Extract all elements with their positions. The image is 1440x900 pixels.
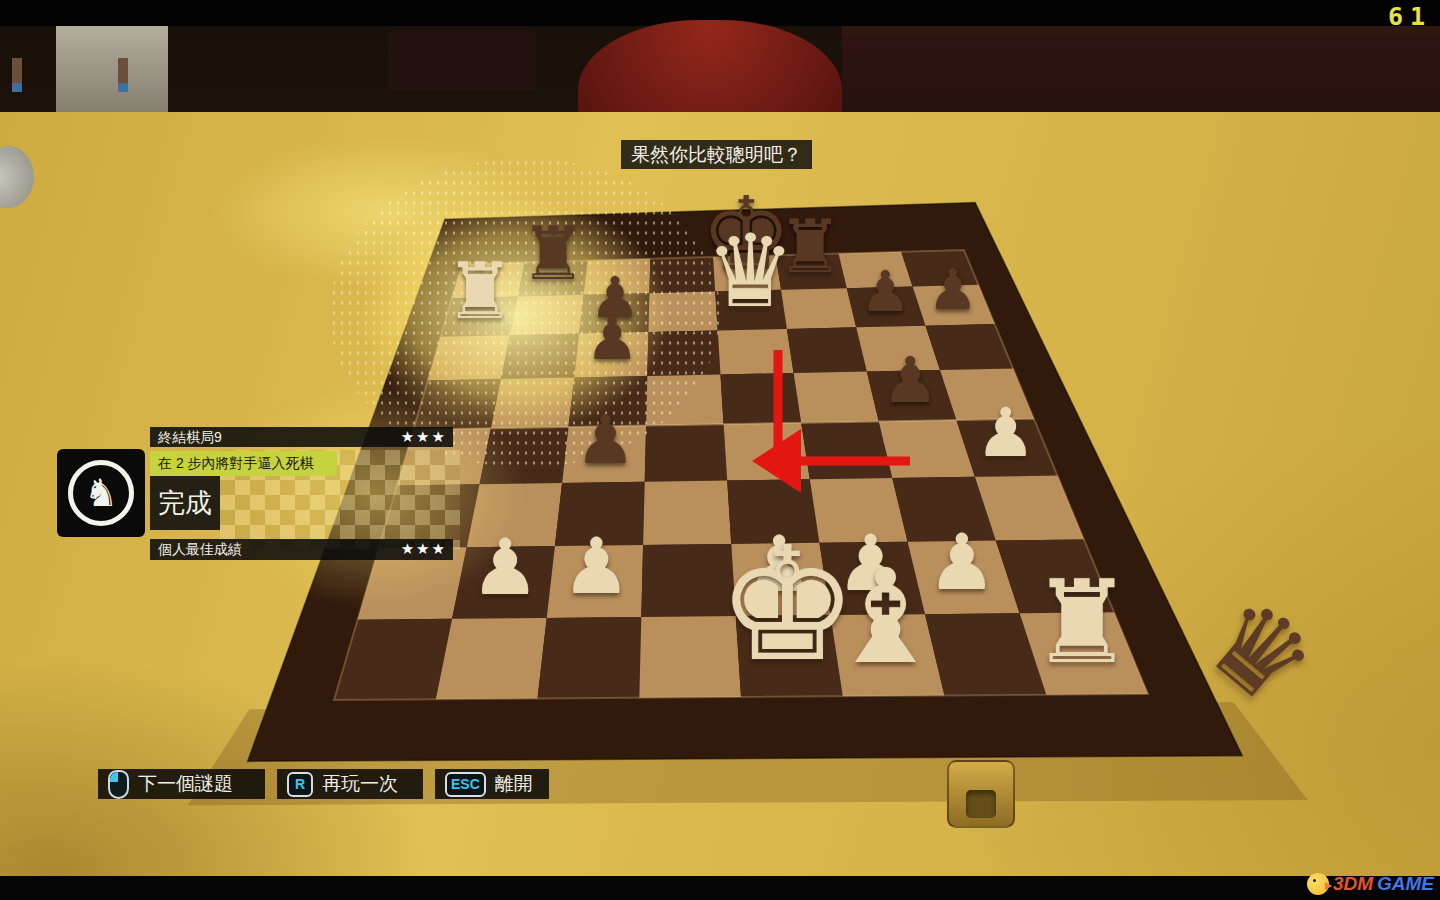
piece-black-p-g7[interactable]: ♟ — [860, 263, 911, 319]
piece-white-r-a7[interactable]: ♜ — [445, 252, 515, 330]
replay-button[interactable]: R 再玩一次 — [277, 769, 423, 799]
brand-game: GAME — [1377, 873, 1434, 895]
piece-black-r-b8[interactable]: ♜ — [520, 216, 586, 290]
square-d4[interactable] — [645, 424, 728, 482]
brand-3dm: 3DM — [1333, 873, 1373, 895]
puzzle-panel: ♞ 終結棋局9 ★★★ 在 2 步內將對手逼入死棋 完成 個人最佳成績 ★★★ — [0, 420, 480, 570]
title-stars: ★★★ — [401, 427, 447, 447]
piece-white-r-h1[interactable]: ♜ — [1030, 565, 1133, 680]
personal-best-label: 個人最佳成績 — [158, 541, 242, 557]
piece-white-q-e7[interactable]: ♛ — [705, 222, 795, 323]
square-d5[interactable] — [646, 375, 724, 426]
puzzle-title: 終結棋局9 — [158, 429, 222, 445]
piece-white-p-b2[interactable]: ♟ — [470, 529, 539, 606]
square-b6[interactable] — [501, 334, 579, 379]
square-c1[interactable] — [538, 617, 642, 699]
game-screen: ♜♚♜♜♟♛♟♟♟♟♟♟♟♟♟♟♟♚♝♜ ♛ 61 果然你比較聰明吧？ ♞ 終結… — [0, 0, 1440, 900]
square-b5[interactable] — [491, 377, 574, 428]
square-e4[interactable] — [724, 423, 810, 481]
replay-label: 再玩一次 — [322, 771, 398, 797]
mouse-left-icon — [108, 770, 129, 799]
square-e5[interactable] — [721, 373, 802, 424]
piece-white-p-c2[interactable]: ♟ — [562, 528, 631, 605]
piece-white-b-f1[interactable]: ♝ — [827, 552, 944, 682]
chick-mascot-icon — [1307, 873, 1329, 895]
next-puzzle-label: 下一個謎題 — [138, 771, 233, 797]
esc-key-icon: ESC — [445, 772, 486, 797]
puzzle-title-bar: 終結棋局9 ★★★ — [150, 427, 453, 447]
square-d6[interactable] — [647, 331, 720, 377]
piece-black-p-c4[interactable]: ♟ — [575, 406, 635, 473]
watermark-bar: 3DMGAME — [0, 876, 1440, 900]
square-b4[interactable] — [480, 427, 569, 484]
personal-best-bar: 個人最佳成績 ★★★ — [150, 539, 453, 560]
speech-bubble: 果然你比較聰明吧？ — [621, 140, 812, 169]
puzzle-icon: ♞ — [57, 449, 145, 537]
r-key-icon: R — [287, 772, 313, 797]
square-b1[interactable] — [436, 618, 547, 699]
best-stars: ★★★ — [401, 539, 447, 560]
exit-label: 離開 — [495, 771, 533, 797]
square-f5[interactable] — [794, 372, 879, 423]
square-f6[interactable] — [787, 327, 867, 373]
exit-button[interactable]: ESC 離開 — [435, 769, 549, 799]
next-puzzle-button[interactable]: 下一個謎題 — [98, 769, 265, 799]
3dmgame-logo: 3DMGAME — [1307, 873, 1434, 895]
piece-white-p-h4[interactable]: ♟ — [975, 399, 1035, 466]
knight-icon: ♞ — [68, 460, 134, 526]
puzzle-status: 完成 — [150, 476, 220, 530]
puzzle-objective: 在 2 步內將對手逼入死棋 — [150, 451, 337, 476]
piece-black-p-g5[interactable]: ♟ — [882, 349, 939, 412]
square-e6[interactable] — [718, 329, 794, 375]
piece-black-p-c6[interactable]: ♟ — [586, 310, 639, 370]
fps-counter: 61 — [1388, 2, 1432, 31]
square-b7[interactable] — [510, 295, 584, 335]
board-clasp — [947, 760, 1015, 828]
square-f4[interactable] — [801, 422, 892, 480]
piece-black-p-h7[interactable]: ♟ — [928, 262, 979, 318]
